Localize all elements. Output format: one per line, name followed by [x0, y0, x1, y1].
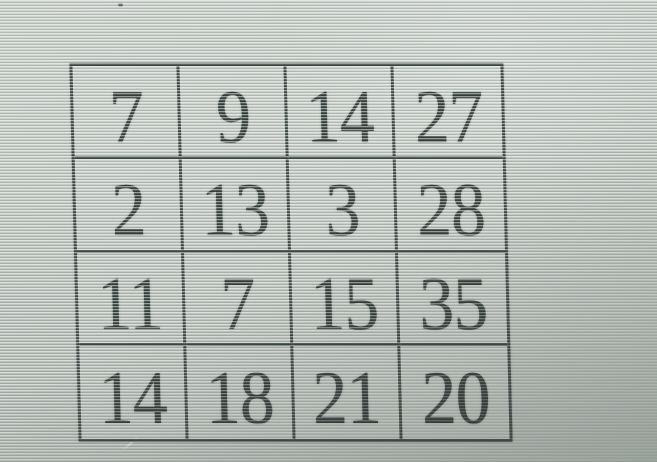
- grid-cell: 28: [396, 159, 505, 252]
- number-grid: 7 9 14 27 2 13 3 28 11 7 15 35 14 18 21 …: [69, 63, 512, 442]
- grid-cell: 7: [72, 66, 181, 159]
- grid-cell: 13: [182, 159, 291, 252]
- cell-value: 35: [418, 265, 488, 341]
- cell-value: 15: [309, 265, 379, 341]
- grid-cell: 21: [293, 346, 402, 439]
- cell-value: 27: [413, 78, 483, 154]
- grid-cell: 2: [75, 159, 184, 252]
- cell-value: 14: [305, 78, 375, 154]
- grid-cell: 35: [398, 253, 507, 346]
- cell-value: 18: [205, 359, 275, 435]
- grid-cell: 27: [393, 66, 502, 159]
- cell-value: 3: [324, 171, 360, 247]
- cell-value: 11: [97, 265, 164, 341]
- grid-cell: 9: [179, 66, 288, 159]
- grid-cell: 14: [286, 66, 395, 159]
- grid-cell: 3: [289, 159, 398, 252]
- cell-value: 9: [215, 78, 251, 154]
- cell-value: 21: [312, 359, 382, 435]
- photo-of-screen: 7 9 14 27 2 13 3 28 11 7 15 35 14 18 21 …: [0, 0, 657, 462]
- cell-value: 20: [420, 359, 490, 435]
- cell-value: 2: [110, 171, 146, 247]
- cell-value: 13: [200, 171, 270, 247]
- grid-cell: 18: [186, 346, 295, 439]
- cell-value: 7: [108, 78, 144, 154]
- cell-value: 28: [415, 171, 485, 247]
- dust-speck: [118, 3, 123, 7]
- cell-value: 14: [98, 359, 168, 435]
- grid-cell: 15: [291, 253, 400, 346]
- grid-cell: 14: [79, 346, 188, 439]
- grid-cell: 11: [77, 253, 186, 346]
- grid-cell: 20: [400, 346, 509, 439]
- grid-cell: 7: [184, 253, 293, 346]
- cell-value: 7: [219, 265, 255, 341]
